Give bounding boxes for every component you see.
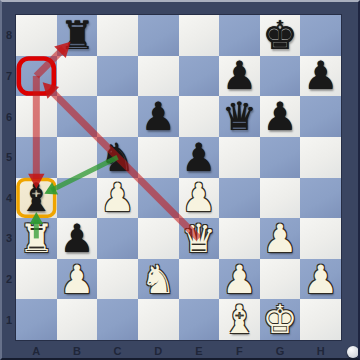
square-c2[interactable] [97,259,138,300]
square-a5[interactable] [16,137,57,178]
square-b5[interactable] [57,137,98,178]
white-to-move-indicator [347,346,359,358]
square-c6[interactable] [97,96,138,137]
rank-label-5: 5 [3,137,15,178]
square-g4[interactable] [260,178,301,219]
square-f4[interactable] [219,178,260,219]
piece-black-pawn-h7[interactable]: ♟ [300,56,341,97]
square-f5[interactable] [219,137,260,178]
square-c7[interactable] [97,56,138,97]
square-d2[interactable]: ♞ [138,259,179,300]
square-c3[interactable] [97,218,138,259]
piece-black-rook-b8[interactable]: ♜ [57,15,98,56]
chess-board[interactable]: ♜♚♟♟♟♛♟♞♟♝♟♟♜♟♛♟♟♞♟♟♝♚ [16,15,341,340]
square-c1[interactable] [97,299,138,340]
piece-white-knight-d2[interactable]: ♞ [138,259,179,300]
square-b6[interactable] [57,96,98,137]
file-label-a: A [16,341,57,360]
square-h3[interactable] [300,218,341,259]
square-g1[interactable]: ♚ [260,299,301,340]
piece-black-pawn-e5[interactable]: ♟ [179,137,220,178]
file-label-c: C [97,341,138,360]
square-f7[interactable]: ♟ [219,56,260,97]
square-h4[interactable] [300,178,341,219]
file-labels: ABCDEFGH [16,341,341,360]
square-b8[interactable]: ♜ [57,15,98,56]
piece-black-queen-f6[interactable]: ♛ [219,96,260,137]
file-label-f: F [219,341,260,360]
square-e2[interactable] [179,259,220,300]
rank-label-1: 1 [3,299,15,340]
piece-black-king-g8[interactable]: ♚ [260,15,301,56]
piece-white-pawn-g3[interactable]: ♟ [260,218,301,259]
square-g8[interactable]: ♚ [260,15,301,56]
square-a1[interactable] [16,299,57,340]
square-h7[interactable]: ♟ [300,56,341,97]
file-label-h: H [300,341,341,360]
file-label-d: D [138,341,179,360]
square-d7[interactable] [138,56,179,97]
square-e3[interactable]: ♛ [179,218,220,259]
square-a8[interactable] [16,15,57,56]
square-c8[interactable] [97,15,138,56]
square-h2[interactable]: ♟ [300,259,341,300]
square-a2[interactable] [16,259,57,300]
square-b3[interactable]: ♟ [57,218,98,259]
square-d1[interactable] [138,299,179,340]
square-b7[interactable] [57,56,98,97]
piece-white-bishop-f1[interactable]: ♝ [219,299,260,340]
piece-white-king-g1[interactable]: ♚ [260,299,301,340]
square-c5[interactable]: ♞ [97,137,138,178]
square-g2[interactable] [260,259,301,300]
piece-white-pawn-h2[interactable]: ♟ [300,259,341,300]
square-f2[interactable]: ♟ [219,259,260,300]
square-e8[interactable] [179,15,220,56]
piece-black-pawn-d6[interactable]: ♟ [138,96,179,137]
piece-white-pawn-e4[interactable]: ♟ [179,178,220,219]
square-a6[interactable] [16,96,57,137]
piece-black-pawn-g6[interactable]: ♟ [260,96,301,137]
square-h6[interactable] [300,96,341,137]
rank-label-2: 2 [3,259,15,300]
file-label-g: G [260,341,301,360]
square-f6[interactable]: ♛ [219,96,260,137]
piece-white-pawn-c4[interactable]: ♟ [97,178,138,219]
square-g6[interactable]: ♟ [260,96,301,137]
square-f3[interactable] [219,218,260,259]
square-d8[interactable] [138,15,179,56]
square-c4[interactable]: ♟ [97,178,138,219]
square-e7[interactable] [179,56,220,97]
piece-white-rook-a3[interactable]: ♜ [16,218,57,259]
square-a3[interactable]: ♜ [16,218,57,259]
square-d5[interactable] [138,137,179,178]
square-d3[interactable] [138,218,179,259]
square-e4[interactable]: ♟ [179,178,220,219]
square-h5[interactable] [300,137,341,178]
chess-board-widget: 87654321 ABCDEFGH ♜♚♟♟♟♛♟♞♟♝♟♟♜♟♛♟♟♞♟♟♝♚ [0,0,360,360]
square-a4[interactable]: ♝ [16,178,57,219]
square-h1[interactable] [300,299,341,340]
piece-white-pawn-f2[interactable]: ♟ [219,259,260,300]
square-d4[interactable] [138,178,179,219]
square-e6[interactable] [179,96,220,137]
square-g5[interactable] [260,137,301,178]
square-a7[interactable] [16,56,57,97]
square-b4[interactable] [57,178,98,219]
rank-label-3: 3 [3,218,15,259]
square-f1[interactable]: ♝ [219,299,260,340]
square-h8[interactable] [300,15,341,56]
piece-white-queen-e3[interactable]: ♛ [179,218,220,259]
rank-label-8: 8 [3,15,15,56]
piece-black-bishop-a4[interactable]: ♝ [16,178,57,219]
piece-white-pawn-b2[interactable]: ♟ [57,259,98,300]
piece-black-pawn-f7[interactable]: ♟ [219,56,260,97]
rank-label-4: 4 [3,178,15,219]
piece-black-pawn-b3[interactable]: ♟ [57,218,98,259]
square-g3[interactable]: ♟ [260,218,301,259]
file-label-e: E [179,341,220,360]
square-b2[interactable]: ♟ [57,259,98,300]
square-g7[interactable] [260,56,301,97]
rank-label-6: 6 [3,96,15,137]
piece-black-knight-c5[interactable]: ♞ [97,137,138,178]
square-f8[interactable] [219,15,260,56]
rank-labels: 87654321 [3,15,15,340]
square-e5[interactable]: ♟ [179,137,220,178]
square-d6[interactable]: ♟ [138,96,179,137]
file-label-b: B [57,341,98,360]
square-e1[interactable] [179,299,220,340]
rank-label-7: 7 [3,56,15,97]
square-b1[interactable] [57,299,98,340]
